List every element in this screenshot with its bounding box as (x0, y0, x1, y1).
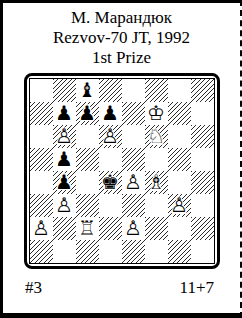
square-b5: ♟ (53, 148, 76, 171)
square-e7 (122, 102, 145, 125)
square-b1 (53, 240, 76, 263)
material-count-label: 11+7 (180, 278, 214, 298)
white-pawn-b6: ♙ (55, 125, 73, 148)
square-g1 (168, 240, 191, 263)
square-f1 (145, 240, 168, 263)
square-h1 (191, 240, 214, 263)
square-b2 (53, 217, 76, 240)
square-g7 (168, 102, 191, 125)
square-b7: ♟ (53, 102, 76, 125)
square-b3: ♟♙ (53, 194, 76, 217)
square-d7: ♟ (99, 102, 122, 125)
square-e3 (122, 194, 145, 217)
problem-diagram-page: М. Марандюк Rezvov-70 JT, 1992 1st Prize… (0, 0, 242, 318)
board-inner-border: ♝♟♟♟♚♔♟♙♟♙♞♘♟♟♚♟♙♝♗♟♙♟♙♟♙♜♖♟♙ (29, 78, 215, 264)
white-pawn-d6: ♙ (101, 125, 119, 148)
square-g8 (168, 79, 191, 102)
square-c3 (76, 194, 99, 217)
white-pawn-e2: ♙ (124, 217, 142, 240)
square-b4: ♟ (53, 171, 76, 194)
square-g6 (168, 125, 191, 148)
square-g5 (168, 148, 191, 171)
square-a2: ♟♙ (30, 217, 53, 240)
square-c7: ♟ (76, 102, 99, 125)
square-c8: ♝ (76, 79, 99, 102)
square-f7: ♚♔ (145, 102, 168, 125)
black-pawn-b5: ♟ (55, 148, 73, 171)
square-a7 (30, 102, 53, 125)
square-e2: ♟♙ (122, 217, 145, 240)
square-h7 (191, 102, 214, 125)
square-d6: ♟♙ (99, 125, 122, 148)
square-d2 (99, 217, 122, 240)
square-c5 (76, 148, 99, 171)
square-a3 (30, 194, 53, 217)
square-c6 (76, 125, 99, 148)
white-rook-c2: ♖ (78, 217, 96, 240)
award: 1st Prize (3, 48, 240, 68)
square-c4 (76, 171, 99, 194)
square-d1 (99, 240, 122, 263)
square-d3 (99, 194, 122, 217)
white-pawn-b3: ♙ (55, 194, 73, 217)
square-a1 (30, 240, 53, 263)
square-h2 (191, 217, 214, 240)
square-e8 (122, 79, 145, 102)
square-e4: ♟♙ (122, 171, 145, 194)
tourney-source: Rezvov-70 JT, 1992 (3, 28, 240, 48)
square-f5 (145, 148, 168, 171)
square-h6 (191, 125, 214, 148)
square-h5 (191, 148, 214, 171)
black-pawn-c7: ♟ (78, 102, 96, 125)
square-c1 (76, 240, 99, 263)
square-h8 (191, 79, 214, 102)
author-name: М. Марандюк (3, 8, 240, 28)
square-b6: ♟♙ (53, 125, 76, 148)
square-e1 (122, 240, 145, 263)
square-f8 (145, 79, 168, 102)
square-b8 (53, 79, 76, 102)
square-g4 (168, 171, 191, 194)
square-f2 (145, 217, 168, 240)
black-bishop-c8: ♝ (78, 79, 96, 102)
white-bishop-f4: ♗ (147, 171, 165, 194)
square-g3: ♟♙ (168, 194, 191, 217)
black-pawn-b7: ♟ (55, 102, 73, 125)
black-king-d4: ♚ (101, 171, 119, 194)
white-pawn-a2: ♙ (32, 217, 50, 240)
white-king-f7: ♔ (147, 102, 165, 125)
square-a6 (30, 125, 53, 148)
black-pawn-d7: ♟ (101, 102, 119, 125)
white-pawn-g3: ♙ (170, 194, 188, 217)
square-f3 (145, 194, 168, 217)
title-block: М. Марандюк Rezvov-70 JT, 1992 1st Prize (3, 3, 240, 68)
stipulation-label: #3 (25, 278, 42, 298)
board-frame: ♝♟♟♟♚♔♟♙♟♙♞♘♟♟♚♟♙♝♗♟♙♟♙♟♙♜♖♟♙ (24, 73, 220, 269)
white-pawn-e4: ♙ (124, 171, 142, 194)
board: ♝♟♟♟♚♔♟♙♟♙♞♘♟♟♚♟♙♝♗♟♙♟♙♟♙♜♖♟♙ (30, 79, 214, 263)
square-h4 (191, 171, 214, 194)
square-a4 (30, 171, 53, 194)
square-a8 (30, 79, 53, 102)
square-a5 (30, 148, 53, 171)
square-g2 (168, 217, 191, 240)
square-d4: ♚ (99, 171, 122, 194)
square-f6: ♞♘ (145, 125, 168, 148)
square-d5 (99, 148, 122, 171)
black-pawn-b4: ♟ (55, 171, 73, 194)
square-h3 (191, 194, 214, 217)
square-e6 (122, 125, 145, 148)
square-f4: ♝♗ (145, 171, 168, 194)
square-d8 (99, 79, 122, 102)
square-c2: ♜♖ (76, 217, 99, 240)
caption-row: #3 11+7 (3, 269, 240, 298)
square-e5 (122, 148, 145, 171)
white-knight-f6: ♘ (147, 125, 165, 148)
